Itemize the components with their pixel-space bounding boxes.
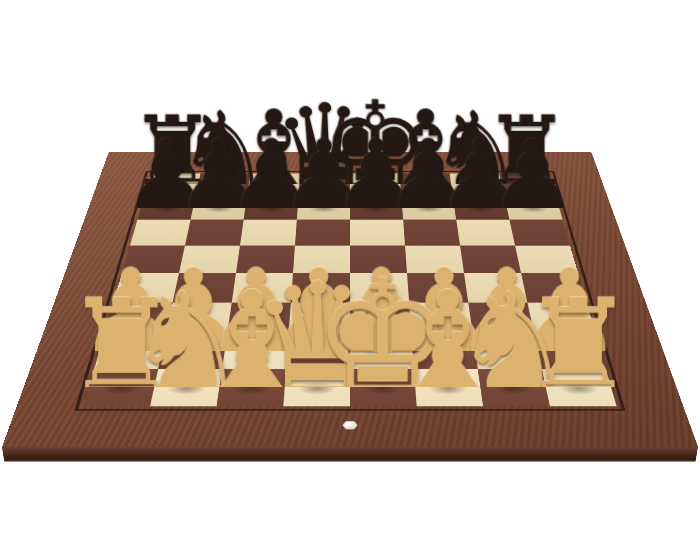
chess-board: ♜♞♝♛♚♝♞♜♟♟♟♟♟♟♟♟♟♟♟♟♟♟♟♟♜♞♝♛♚♝♞♜ [2,152,698,447]
square-d2: ♟ [286,334,350,368]
square-f7: ♟ [401,196,456,220]
square-e5 [350,245,407,273]
square-f4 [407,273,468,303]
piece-black-rook: ♜ [417,85,636,184]
board-grid: ♜♞♝♛♚♝♞♜♟♟♟♟♟♟♟♟♟♟♟♟♟♟♟♟♜♞♝♛♚♝♞♜ [83,173,616,406]
square-c2: ♟ [222,334,288,368]
square-c7: ♟ [244,196,299,220]
square-h5 [515,245,578,273]
square-a2: ♟ [94,334,165,368]
board-front-edge [2,447,698,462]
square-e6 [350,220,405,246]
square-g6 [456,220,515,246]
piece-black-king: ♚ [266,63,485,184]
square-c4 [232,273,293,303]
square-d5 [293,245,350,273]
square-a6 [130,220,191,246]
square-f2: ♟ [411,334,477,368]
square-h6 [509,220,570,246]
square-b5 [179,245,240,273]
square-c6 [240,220,297,246]
square-e2: ♟ [350,334,414,368]
square-g2: ♟ [473,334,542,368]
square-g1: ♞ [478,369,550,406]
square-d1: ♛ [283,369,350,406]
square-c5 [236,245,295,273]
square-b7: ♟ [191,196,248,220]
square-c1: ♝ [217,369,286,406]
square-e7: ♟ [350,196,403,220]
square-b3 [166,303,232,335]
square-h8: ♜ [499,173,555,195]
square-g7: ♟ [453,196,510,220]
square-f5 [405,245,464,273]
square-g8: ♞ [450,173,505,195]
piece-black-bishop: ♝ [316,77,535,184]
square-e1: ♚ [350,369,417,406]
square-d4 [291,273,350,303]
square-f8: ♝ [400,173,453,195]
chessboard-photo: ♜♞♝♛♚♝♞♜♟♟♟♟♟♟♟♟♟♟♟♟♟♟♟♟♜♞♝♛♚♝♞♜ [0,0,700,560]
piece-black-knight: ♞ [114,78,333,184]
square-e8: ♚ [350,173,401,195]
board-border-frame: ♜♞♝♛♚♝♞♜♟♟♟♟♟♟♟♟♟♟♟♟♟♟♟♟♜♞♝♛♚♝♞♜ [2,152,698,447]
square-a7: ♟ [137,196,195,220]
square-h3 [527,303,595,335]
square-g5 [460,245,521,273]
square-f3 [409,303,473,335]
square-a1: ♜ [83,369,158,406]
square-g3 [468,303,534,335]
square-a4 [113,273,179,303]
square-f6 [403,220,460,246]
square-h2: ♟ [534,334,605,368]
square-b6 [185,220,244,246]
square-b1: ♞ [150,369,222,406]
square-h1: ♜ [542,369,617,406]
square-b2: ♟ [158,334,227,368]
square-h4 [521,273,587,303]
square-b4 [173,273,236,303]
piece-black-queen: ♛ [215,68,434,184]
piece-black-knight: ♞ [367,78,586,184]
square-e4 [350,273,409,303]
square-e3 [350,303,411,335]
square-d7: ♟ [297,196,350,220]
piece-black-bishop: ♝ [164,77,383,184]
square-a8: ♜ [144,173,200,195]
square-a5 [122,245,185,273]
square-d3 [289,303,350,335]
square-d8: ♛ [299,173,350,195]
square-c3 [227,303,291,335]
hexagon-inlay-bottom-icon [342,421,358,430]
square-d6 [295,220,350,246]
square-a3 [104,303,172,335]
square-c8: ♝ [247,173,300,195]
square-f1: ♝ [414,369,483,406]
piece-black-rook: ♜ [63,85,282,184]
square-h7: ♟ [504,196,562,220]
hexagon-inlay-top-icon [345,161,355,165]
square-b8: ♞ [196,173,251,195]
square-g4 [464,273,527,303]
